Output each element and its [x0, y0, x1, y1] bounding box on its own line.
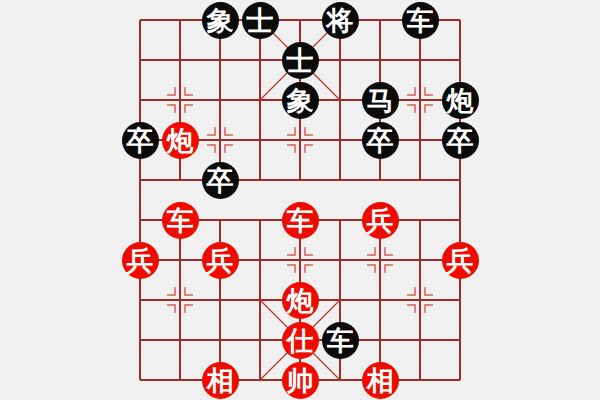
piece-black-elephant[interactable]: 象: [202, 2, 239, 39]
piece-red-soldier[interactable]: 兵: [362, 202, 399, 239]
piece-black-advisor[interactable]: 士: [282, 42, 319, 79]
piece-red-soldier[interactable]: 兵: [202, 242, 239, 279]
piece-red-advisor[interactable]: 仕: [282, 322, 319, 359]
piece-red-general[interactable]: 帅: [282, 362, 319, 399]
piece-red-chariot[interactable]: 车: [282, 202, 319, 239]
piece-black-cannon[interactable]: 炮: [442, 82, 479, 119]
piece-layer: 象士将车士象马炮卒炮卒卒卒车车兵兵兵兵炮仕车相帅相: [120, 0, 480, 400]
piece-red-cannon[interactable]: 炮: [282, 282, 319, 319]
xiangqi-board[interactable]: 象士将车士象马炮卒炮卒卒卒车车兵兵兵兵炮仕车相帅相: [0, 0, 600, 400]
piece-black-chariot[interactable]: 车: [322, 322, 359, 359]
piece-black-soldier[interactable]: 卒: [442, 122, 479, 159]
piece-black-soldier[interactable]: 卒: [202, 162, 239, 199]
piece-black-advisor[interactable]: 士: [242, 2, 279, 39]
piece-black-elephant[interactable]: 象: [282, 82, 319, 119]
piece-black-soldier[interactable]: 卒: [122, 122, 159, 159]
piece-red-soldier[interactable]: 兵: [122, 242, 159, 279]
piece-black-chariot[interactable]: 车: [402, 2, 439, 39]
piece-red-cannon[interactable]: 炮: [162, 122, 199, 159]
piece-black-general[interactable]: 将: [322, 2, 359, 39]
piece-red-soldier[interactable]: 兵: [442, 242, 479, 279]
piece-black-soldier[interactable]: 卒: [362, 122, 399, 159]
piece-red-chariot[interactable]: 车: [162, 202, 199, 239]
piece-red-elephant[interactable]: 相: [202, 362, 239, 399]
piece-black-horse[interactable]: 马: [362, 82, 399, 119]
piece-red-elephant[interactable]: 相: [362, 362, 399, 399]
